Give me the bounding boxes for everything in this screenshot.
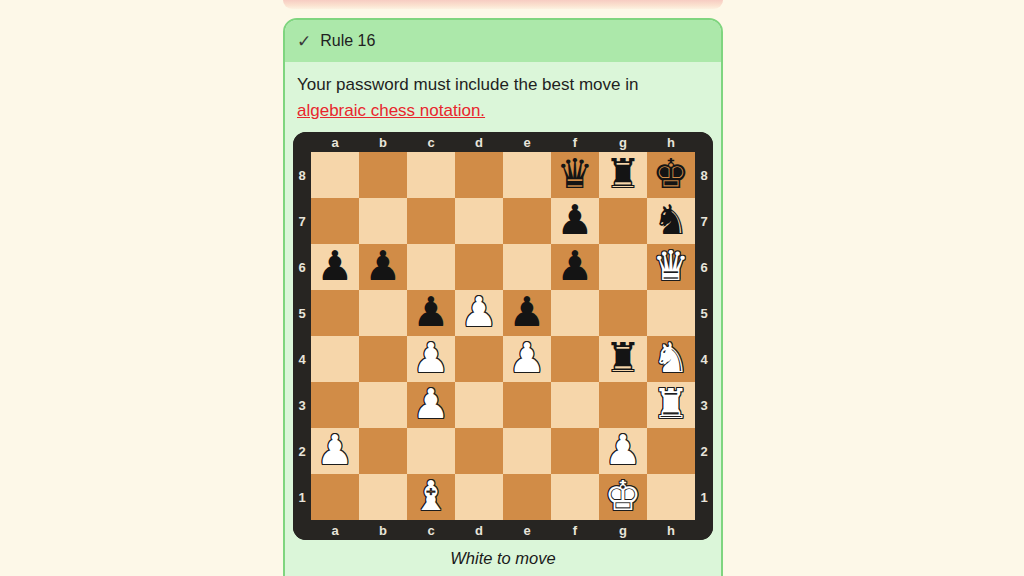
square-g2: ♟ — [599, 428, 647, 474]
piece-black-pawn: ♟ — [413, 292, 450, 333]
piece-white-pawn: ♟ — [413, 384, 450, 425]
rank-label-5-right: 5 — [695, 290, 713, 336]
piece-white-pawn: ♟ — [509, 338, 546, 379]
square-f2 — [551, 428, 599, 474]
rank-label-7-left: 7 — [293, 198, 311, 244]
square-b3 — [359, 382, 407, 428]
square-e6 — [503, 244, 551, 290]
piece-white-bishop: ♝ — [413, 476, 450, 517]
square-g8: ♜ — [599, 152, 647, 198]
square-d7 — [455, 198, 503, 244]
chess-board: abcdefgh8♛♜♚87♟♞76♟♟♟♛65♟♟♟54♟♟♜♞43♟♜32♟… — [293, 132, 713, 540]
board-corner — [695, 520, 713, 540]
square-f5 — [551, 290, 599, 336]
rank-label-4-right: 4 — [695, 336, 713, 382]
square-c8 — [407, 152, 455, 198]
board-corner — [293, 132, 311, 152]
square-b2 — [359, 428, 407, 474]
file-label-h-bottom: h — [647, 520, 695, 540]
page: ✓ Rule 16 Your password must include the… — [0, 0, 1024, 576]
square-h4: ♞ — [647, 336, 695, 382]
piece-black-pawn: ♟ — [365, 246, 402, 287]
square-b8 — [359, 152, 407, 198]
square-e2 — [503, 428, 551, 474]
piece-black-pawn: ♟ — [317, 246, 354, 287]
file-label-c-top: c — [407, 132, 455, 152]
square-d6 — [455, 244, 503, 290]
file-label-c-bottom: c — [407, 520, 455, 540]
board-corner — [293, 520, 311, 540]
piece-black-queen: ♛ — [557, 154, 594, 195]
square-d5: ♟ — [455, 290, 503, 336]
rule-text: Your password must include the best move… — [293, 72, 713, 124]
square-g5 — [599, 290, 647, 336]
piece-white-pawn: ♟ — [413, 338, 450, 379]
rule-card-body: Your password must include the best move… — [285, 62, 721, 576]
square-c5: ♟ — [407, 290, 455, 336]
square-g7 — [599, 198, 647, 244]
square-b7 — [359, 198, 407, 244]
rank-label-6-right: 6 — [695, 244, 713, 290]
square-d3 — [455, 382, 503, 428]
piece-white-rook: ♜ — [653, 384, 690, 425]
file-label-f-bottom: f — [551, 520, 599, 540]
previous-rule-card-edge — [283, 0, 723, 9]
square-a2: ♟ — [311, 428, 359, 474]
square-g1: ♚ — [599, 474, 647, 520]
file-label-e-top: e — [503, 132, 551, 152]
square-a4 — [311, 336, 359, 382]
square-e7 — [503, 198, 551, 244]
rank-label-6-left: 6 — [293, 244, 311, 290]
square-a6: ♟ — [311, 244, 359, 290]
square-a8 — [311, 152, 359, 198]
square-b6: ♟ — [359, 244, 407, 290]
piece-white-pawn: ♟ — [461, 292, 498, 333]
square-f8: ♛ — [551, 152, 599, 198]
file-label-b-top: b — [359, 132, 407, 152]
piece-black-pawn: ♟ — [557, 246, 594, 287]
rank-label-3-right: 3 — [695, 382, 713, 428]
piece-black-pawn: ♟ — [557, 200, 594, 241]
piece-white-knight: ♞ — [653, 338, 690, 379]
square-a5 — [311, 290, 359, 336]
square-b4 — [359, 336, 407, 382]
square-f7: ♟ — [551, 198, 599, 244]
file-label-d-bottom: d — [455, 520, 503, 540]
square-e5: ♟ — [503, 290, 551, 336]
square-h7: ♞ — [647, 198, 695, 244]
square-b5 — [359, 290, 407, 336]
square-d4 — [455, 336, 503, 382]
algebraic-notation-link[interactable]: algebraic chess notation. — [297, 101, 485, 120]
square-c1: ♝ — [407, 474, 455, 520]
square-e3 — [503, 382, 551, 428]
piece-black-rook: ♜ — [605, 154, 642, 195]
square-e1 — [503, 474, 551, 520]
piece-black-rook: ♜ — [605, 338, 642, 379]
square-c4: ♟ — [407, 336, 455, 382]
square-a1 — [311, 474, 359, 520]
piece-black-knight: ♞ — [653, 200, 690, 241]
square-e4: ♟ — [503, 336, 551, 382]
square-e8 — [503, 152, 551, 198]
rank-label-1-right: 1 — [695, 474, 713, 520]
square-g6 — [599, 244, 647, 290]
square-h5 — [647, 290, 695, 336]
rank-label-7-right: 7 — [695, 198, 713, 244]
square-f6: ♟ — [551, 244, 599, 290]
square-c7 — [407, 198, 455, 244]
board-corner — [695, 132, 713, 152]
piece-white-pawn: ♟ — [605, 430, 642, 471]
square-f3 — [551, 382, 599, 428]
file-label-e-bottom: e — [503, 520, 551, 540]
square-h6: ♛ — [647, 244, 695, 290]
square-a7 — [311, 198, 359, 244]
check-icon: ✓ — [297, 33, 311, 50]
square-g3 — [599, 382, 647, 428]
square-h3: ♜ — [647, 382, 695, 428]
rank-label-4-left: 4 — [293, 336, 311, 382]
file-label-a-bottom: a — [311, 520, 359, 540]
rank-label-5-left: 5 — [293, 290, 311, 336]
piece-white-king: ♚ — [605, 476, 642, 517]
square-c6 — [407, 244, 455, 290]
square-b1 — [359, 474, 407, 520]
square-f1 — [551, 474, 599, 520]
piece-black-pawn: ♟ — [509, 292, 546, 333]
rank-label-8-left: 8 — [293, 152, 311, 198]
rule-text-prefix: Your password must include the best move… — [297, 75, 638, 94]
rank-label-2-left: 2 — [293, 428, 311, 474]
square-c2 — [407, 428, 455, 474]
square-g4: ♜ — [599, 336, 647, 382]
file-label-a-top: a — [311, 132, 359, 152]
piece-white-queen: ♛ — [653, 246, 690, 287]
square-h8: ♚ — [647, 152, 695, 198]
rule-card: ✓ Rule 16 Your password must include the… — [283, 18, 723, 576]
file-label-d-top: d — [455, 132, 503, 152]
square-d2 — [455, 428, 503, 474]
file-label-g-bottom: g — [599, 520, 647, 540]
square-d1 — [455, 474, 503, 520]
side-to-move-caption: White to move — [293, 549, 713, 568]
square-h2 — [647, 428, 695, 474]
rank-label-1-left: 1 — [293, 474, 311, 520]
rule-title: Rule 16 — [320, 32, 375, 50]
square-a3 — [311, 382, 359, 428]
rank-label-8-right: 8 — [695, 152, 713, 198]
piece-white-pawn: ♟ — [317, 430, 354, 471]
file-label-b-bottom: b — [359, 520, 407, 540]
square-d8 — [455, 152, 503, 198]
rule-card-header: ✓ Rule 16 — [285, 20, 721, 62]
piece-black-king: ♚ — [653, 154, 690, 195]
square-c3: ♟ — [407, 382, 455, 428]
square-f4 — [551, 336, 599, 382]
rank-label-3-left: 3 — [293, 382, 311, 428]
rank-label-2-right: 2 — [695, 428, 713, 474]
square-h1 — [647, 474, 695, 520]
